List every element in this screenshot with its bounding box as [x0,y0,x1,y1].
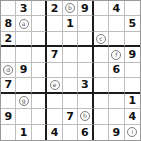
sudoku-cell-r3c1[interactable]: 2 [1,32,16,47]
given-digit: 6 [113,64,121,75]
sudoku-cell-r6c5[interactable] [63,78,78,93]
sudoku-cell-r2c1[interactable]: 8 [1,16,16,31]
given-digit: 4 [113,3,121,14]
sudoku-cell-r5c9[interactable] [125,63,140,78]
sudoku-cell-r6c1[interactable]: 7 [1,78,16,93]
sudoku-cell-r5c4[interactable] [47,63,62,78]
given-digit: 6 [81,127,89,138]
sudoku-cell-r7c9[interactable]: 1 [125,94,140,109]
sudoku-cell-r1c8[interactable]: 4 [109,1,124,16]
sudoku-cell-r4c5[interactable] [63,47,78,62]
sudoku-cell-r3c6[interactable] [78,32,93,47]
sudoku-cell-r6c4[interactable]: e [47,78,62,93]
circled-letter-b: b [65,3,75,13]
given-digit: 2 [4,33,12,44]
sudoku-cell-r8c2[interactable] [16,109,31,124]
given-digit: 9 [128,49,136,60]
sudoku-cell-r9c7[interactable] [94,125,109,140]
circled-letter-f: f [111,50,121,60]
sudoku-cell-r9c2[interactable]: 1 [16,125,31,140]
sudoku-cell-r7c8[interactable] [109,94,124,109]
circled-letter-d: d [3,65,13,75]
sudoku-cell-r6c2[interactable] [16,78,31,93]
circled-letter-g: g [19,96,29,106]
sudoku-cell-r1c6[interactable]: 9 [78,1,93,16]
sudoku-cell-r4c6[interactable] [78,47,93,62]
given-digit: 5 [128,18,136,29]
sudoku-cell-r8c1[interactable]: 9 [1,109,16,124]
sudoku-cell-r7c4[interactable] [47,94,62,109]
sudoku-cell-r1c1[interactable] [1,1,16,16]
sudoku-cell-r7c3[interactable] [32,94,47,109]
sudoku-cell-r6c9[interactable] [125,78,140,93]
sudoku-cell-r7c7[interactable] [94,94,109,109]
sudoku-cell-r4c7[interactable] [94,47,109,62]
given-digit: 9 [20,64,28,75]
sudoku-cell-r1c9[interactable] [125,1,140,16]
sudoku-cell-r4c2[interactable] [16,47,31,62]
given-digit: 3 [81,79,89,90]
sudoku-cell-r9c9[interactable]: i [125,125,140,140]
sudoku-cell-r2c6[interactable] [78,16,93,31]
sudoku-cell-r5c8[interactable]: 6 [109,63,124,78]
sudoku-cell-r4c4[interactable]: 7 [47,47,62,62]
sudoku-cell-r3c3[interactable] [32,32,47,47]
sudoku-cell-r1c3[interactable] [32,1,47,16]
sudoku-cell-r2c9[interactable]: 5 [125,16,140,31]
sudoku-cell-r9c4[interactable]: 4 [47,125,62,140]
sudoku-cell-r9c3[interactable] [32,125,47,140]
sudoku-cell-r1c4[interactable]: 2 [47,1,62,16]
sudoku-cell-r7c2[interactable]: g [16,94,31,109]
sudoku-cell-r3c2[interactable] [16,32,31,47]
given-digit: 3 [20,3,28,14]
sudoku-cell-r5c6[interactable] [78,63,93,78]
sudoku-cell-r4c8[interactable]: f [109,47,124,62]
given-digit: 1 [128,95,136,106]
given-digit: 4 [128,111,136,122]
sudoku-cell-r2c4[interactable] [47,16,62,31]
sudoku-cell-r6c3[interactable] [32,78,47,93]
sudoku-cell-r2c8[interactable] [109,16,124,31]
given-digit: 9 [4,111,12,122]
given-digit: 7 [66,111,74,122]
sudoku-cell-r8c7[interactable] [94,109,109,124]
sudoku-cell-r7c6[interactable] [78,94,93,109]
sudoku-cell-r9c8[interactable]: 9 [109,125,124,140]
given-digit: 1 [66,18,74,29]
circled-letter-i: i [127,127,137,137]
sudoku-cell-r8c8[interactable] [109,109,124,124]
sudoku-cell-r3c7[interactable]: c [94,32,109,47]
circled-letter-h: h [80,111,90,121]
sudoku-cell-r2c3[interactable] [32,16,47,31]
sudoku-cell-r2c2[interactable]: a [16,16,31,31]
sudoku-cell-r4c1[interactable] [1,47,16,62]
sudoku-cell-r1c5[interactable]: b [63,1,78,16]
sudoku-cell-r3c9[interactable] [125,32,140,47]
sudoku-cell-r8c3[interactable] [32,109,47,124]
sudoku-cell-r3c4[interactable] [47,32,62,47]
given-digit: 1 [20,127,28,138]
sudoku-cell-r1c2[interactable]: 3 [16,1,31,16]
sudoku-cell-r8c6[interactable]: h [78,109,93,124]
sudoku-cell-r8c5[interactable]: 7 [63,109,78,124]
sudoku-cell-r3c5[interactable] [63,32,78,47]
given-digit: 4 [51,127,59,138]
sudoku-cell-r9c1[interactable] [1,125,16,140]
sudoku-board: 32b948a152c7f9d967e3g197h41469i [0,0,141,141]
sudoku-cell-r5c1[interactable]: d [1,63,16,78]
sudoku-cell-r6c6[interactable]: 3 [78,78,93,93]
circled-letter-e: e [50,80,60,90]
sudoku-cell-r9c6[interactable]: 6 [78,125,93,140]
sudoku-cell-r5c3[interactable] [32,63,47,78]
sudoku-cell-r1c7[interactable] [94,1,109,16]
sudoku-cell-r5c2[interactable]: 9 [16,63,31,78]
given-digit: 9 [113,127,121,138]
sudoku-cell-r6c7[interactable] [94,78,109,93]
sudoku-cell-r9c5[interactable] [63,125,78,140]
given-digit: 9 [81,3,89,14]
sudoku-cell-r5c7[interactable] [94,63,109,78]
sudoku-cell-r6c8[interactable] [109,78,124,93]
sudoku-cell-r4c9[interactable]: 9 [125,47,140,62]
given-digit: 2 [51,3,59,14]
given-digit: 8 [4,18,12,29]
sudoku-cell-r2c5[interactable]: 1 [63,16,78,31]
sudoku-cell-r3c8[interactable] [109,32,124,47]
circled-letter-c: c [96,34,106,44]
sudoku-cell-r5c5[interactable] [63,63,78,78]
given-digit: 7 [51,49,59,60]
sudoku-cell-r8c9[interactable]: 4 [125,109,140,124]
sudoku-cell-r7c5[interactable] [63,94,78,109]
sudoku-cell-r7c1[interactable] [1,94,16,109]
circled-letter-a: a [19,19,29,29]
sudoku-cell-r4c3[interactable] [32,47,47,62]
sudoku-cell-r8c4[interactable] [47,109,62,124]
given-digit: 7 [4,79,12,90]
sudoku-cell-r2c7[interactable] [94,16,109,31]
